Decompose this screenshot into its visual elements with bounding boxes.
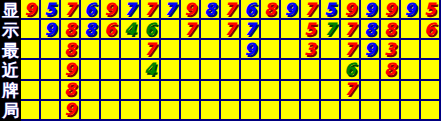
cell-r4-c11	[221, 60, 241, 80]
cell-r6-c9	[181, 101, 201, 121]
cell-r5-c10	[201, 81, 221, 101]
cell-r3-c3: 8	[61, 40, 81, 60]
cell-r5-c18	[361, 81, 381, 101]
cell-r1-c17: 9	[341, 0, 361, 20]
cell-r6-c13	[261, 101, 281, 121]
cell-r3-c18: 9	[361, 40, 381, 60]
title-char-2: 示	[0, 20, 21, 40]
cell-r2-c18: 8	[361, 20, 381, 40]
cell-r5-c14	[281, 81, 301, 101]
cell-r1-c6: 7	[121, 0, 141, 20]
cell-r3-c19: 3	[381, 40, 401, 60]
cell-r2-c17: 7	[341, 20, 361, 40]
cell-r5-c13	[261, 81, 281, 101]
title-char-3: 最	[0, 40, 21, 60]
cell-r4-c4	[81, 60, 101, 80]
cell-r1-c14: 9	[281, 0, 301, 20]
cell-r5-c6	[121, 81, 141, 101]
cell-r4-c12	[241, 60, 261, 80]
cell-r6-c17	[341, 101, 361, 121]
cell-r1-c7: 7	[141, 0, 161, 20]
cell-r5-c21	[421, 81, 441, 101]
cell-r4-c1	[21, 60, 41, 80]
cell-r4-c21	[421, 60, 441, 80]
cell-r3-c4	[81, 40, 101, 60]
cell-r4-c5	[101, 60, 121, 80]
title-char-1: 显	[0, 0, 21, 20]
cell-r6-c4	[81, 101, 101, 121]
cell-r3-c11	[221, 40, 241, 60]
cell-r3-c21	[421, 40, 441, 60]
cell-r4-c20	[401, 60, 421, 80]
title-char-5: 牌	[0, 80, 21, 100]
cell-r4-c13	[261, 60, 281, 80]
cell-r4-c15	[301, 60, 321, 80]
cell-r2-c14	[281, 20, 301, 40]
cell-r6-c19	[381, 101, 401, 121]
cell-r1-c12: 6	[241, 0, 261, 20]
cell-r2-c8	[161, 20, 181, 40]
cell-r1-c21: 5	[421, 0, 441, 20]
cell-r2-c20	[401, 20, 421, 40]
cell-r3-c14	[281, 40, 301, 60]
cell-r3-c16	[321, 40, 341, 60]
title-char-4: 近	[0, 60, 21, 80]
cell-r6-c1	[21, 101, 41, 121]
cell-r5-c8	[161, 81, 181, 101]
cell-r2-c4: 8	[81, 20, 101, 40]
cell-r6-c18	[361, 101, 381, 121]
cell-r1-c18: 9	[361, 0, 381, 20]
cell-r5-c1	[21, 81, 41, 101]
cell-r3-c20	[401, 40, 421, 60]
cell-r3-c15: 3	[301, 40, 321, 60]
cell-r2-c6: 4	[121, 20, 141, 40]
cell-r4-c7: 4	[141, 60, 161, 80]
cell-r5-c15	[301, 81, 321, 101]
cell-r4-c19: 8	[381, 60, 401, 80]
cell-r1-c1: 9	[21, 0, 41, 20]
cell-r6-c11	[221, 101, 241, 121]
cell-r5-c3: 8	[61, 81, 81, 101]
cell-r4-c6	[121, 60, 141, 80]
cell-r5-c7	[141, 81, 161, 101]
cell-r1-c20: 9	[401, 0, 421, 20]
cell-r5-c9	[181, 81, 201, 101]
cell-r1-c16: 5	[321, 0, 341, 20]
board-grid: 9576977798768975999959886467775778868793…	[21, 0, 441, 121]
cell-r3-c1	[21, 40, 41, 60]
cell-r5-c19	[381, 81, 401, 101]
cell-r5-c2	[41, 81, 61, 101]
cell-r6-c6	[121, 101, 141, 121]
cell-r2-c10	[201, 20, 221, 40]
cell-r4-c14	[281, 60, 301, 80]
cell-r1-c9: 9	[181, 0, 201, 20]
cell-r3-c7: 7	[141, 40, 161, 60]
board-title-vertical: 显 示 最 近 牌 局	[0, 0, 21, 121]
cell-r2-c3: 8	[61, 20, 81, 40]
cell-r2-c15: 5	[301, 20, 321, 40]
cell-r3-c12: 9	[241, 40, 261, 60]
cell-r2-c9: 7	[181, 20, 201, 40]
cell-r1-c15: 7	[301, 0, 321, 20]
cell-r3-c5	[101, 40, 121, 60]
cell-r2-c16: 7	[321, 20, 341, 40]
cell-r1-c4: 6	[81, 0, 101, 20]
cell-r2-c1	[21, 20, 41, 40]
cell-r5-c4	[81, 81, 101, 101]
cell-r6-c2	[41, 101, 61, 121]
cell-r3-c17: 7	[341, 40, 361, 60]
cell-r4-c18	[361, 60, 381, 80]
cell-r2-c5: 6	[101, 20, 121, 40]
cell-r4-c3: 9	[61, 60, 81, 80]
cell-r4-c16	[321, 60, 341, 80]
cell-r4-c8	[161, 60, 181, 80]
cell-r3-c2	[41, 40, 61, 60]
cell-r6-c20	[401, 101, 421, 121]
cell-r3-c6	[121, 40, 141, 60]
cell-r5-c12	[241, 81, 261, 101]
cell-r3-c13	[261, 40, 281, 60]
title-char-6: 局	[0, 100, 21, 120]
cell-r6-c7	[141, 101, 161, 121]
cell-r6-c8	[161, 101, 181, 121]
cell-r5-c11	[221, 81, 241, 101]
cell-r2-c12: 7	[241, 20, 261, 40]
cell-r3-c9	[181, 40, 201, 60]
cell-r6-c5	[101, 101, 121, 121]
cell-r1-c10: 8	[201, 0, 221, 20]
cell-r1-c5: 9	[101, 0, 121, 20]
cell-r2-c19: 8	[381, 20, 401, 40]
cell-r6-c21	[421, 101, 441, 121]
cell-r2-c21: 6	[421, 20, 441, 40]
recent-rounds-board: 显 示 最 近 牌 局 9576977798768975999959886467…	[0, 0, 441, 121]
cell-r2-c7: 6	[141, 20, 161, 40]
cell-r3-c8	[161, 40, 181, 60]
cell-r5-c17: 7	[341, 81, 361, 101]
cell-r1-c2: 5	[41, 0, 61, 20]
cell-r5-c20	[401, 81, 421, 101]
cell-r2-c11: 7	[221, 20, 241, 40]
cell-r1-c19: 9	[381, 0, 401, 20]
cell-r6-c15	[301, 101, 321, 121]
cell-r6-c3: 9	[61, 101, 81, 121]
cell-r5-c16	[321, 81, 341, 101]
cell-r6-c12	[241, 101, 261, 121]
cell-r4-c2	[41, 60, 61, 80]
cell-r1-c8: 7	[161, 0, 181, 20]
cell-r4-c10	[201, 60, 221, 80]
cell-r4-c17: 6	[341, 60, 361, 80]
cell-r2-c2: 9	[41, 20, 61, 40]
cell-r1-c11: 7	[221, 0, 241, 20]
cell-r2-c13	[261, 20, 281, 40]
cell-r4-c9	[181, 60, 201, 80]
cell-r3-c10	[201, 40, 221, 60]
cell-r6-c10	[201, 101, 221, 121]
cell-r6-c14	[281, 101, 301, 121]
cell-r6-c16	[321, 101, 341, 121]
cell-r1-c13: 8	[261, 0, 281, 20]
cell-r1-c3: 7	[61, 0, 81, 20]
cell-r5-c5	[101, 81, 121, 101]
